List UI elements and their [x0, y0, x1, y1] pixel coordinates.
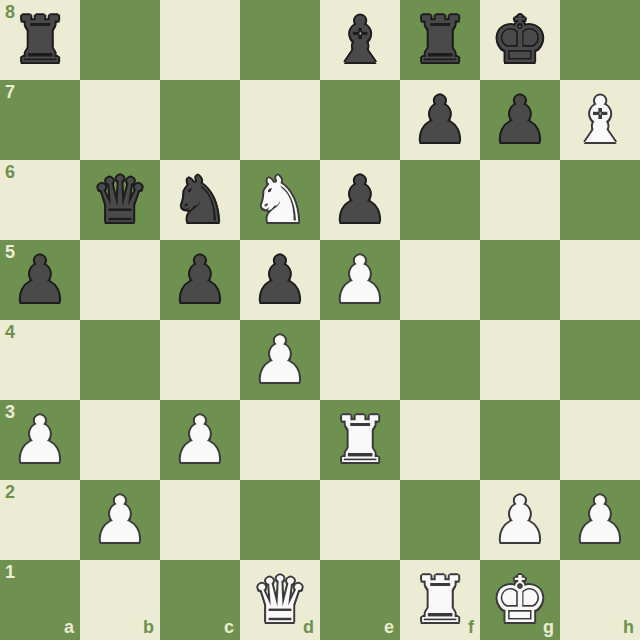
white-rook[interactable]: ♜ [411, 560, 468, 640]
square-g1[interactable]: g♚ [480, 560, 560, 640]
square-c3[interactable]: ♟ [160, 400, 240, 480]
white-pawn[interactable]: ♟ [251, 320, 308, 400]
square-a7[interactable]: 7 [0, 80, 80, 160]
square-f4[interactable] [400, 320, 480, 400]
square-e5[interactable]: ♟ [320, 240, 400, 320]
file-label-f: f [468, 618, 474, 636]
rank-label-7: 7 [5, 83, 15, 101]
white-king[interactable]: ♚ [491, 560, 548, 640]
white-pawn[interactable]: ♟ [171, 400, 228, 480]
square-c6[interactable]: ♞ [160, 160, 240, 240]
square-b4[interactable] [80, 320, 160, 400]
square-d3[interactable] [240, 400, 320, 480]
black-pawn[interactable]: ♟ [331, 160, 388, 240]
square-d8[interactable] [240, 0, 320, 80]
square-g8[interactable]: ♚ [480, 0, 560, 80]
square-h4[interactable] [560, 320, 640, 400]
white-pawn[interactable]: ♟ [571, 480, 628, 560]
white-pawn[interactable]: ♟ [91, 480, 148, 560]
square-g6[interactable] [480, 160, 560, 240]
square-d1[interactable]: d♛ [240, 560, 320, 640]
chess-board: 8♜♝♜♚7♟♟♝6♛♞♞♟5♟♟♟♟4♟3♟♟♜2♟♟♟1abcd♛ef♜g♚… [0, 0, 640, 640]
file-label-c: c [224, 618, 234, 636]
square-a3[interactable]: 3♟ [0, 400, 80, 480]
square-e6[interactable]: ♟ [320, 160, 400, 240]
square-b6[interactable]: ♛ [80, 160, 160, 240]
square-h1[interactable]: h [560, 560, 640, 640]
square-g3[interactable] [480, 400, 560, 480]
square-g2[interactable]: ♟ [480, 480, 560, 560]
square-b8[interactable] [80, 0, 160, 80]
square-b3[interactable] [80, 400, 160, 480]
square-a2[interactable]: 2 [0, 480, 80, 560]
square-b1[interactable]: b [80, 560, 160, 640]
white-pawn[interactable]: ♟ [11, 400, 68, 480]
black-pawn[interactable]: ♟ [11, 240, 68, 320]
rank-label-6: 6 [5, 163, 15, 181]
square-g7[interactable]: ♟ [480, 80, 560, 160]
square-c4[interactable] [160, 320, 240, 400]
square-e3[interactable]: ♜ [320, 400, 400, 480]
white-queen[interactable]: ♛ [251, 560, 308, 640]
square-g5[interactable] [480, 240, 560, 320]
square-c7[interactable] [160, 80, 240, 160]
square-c2[interactable] [160, 480, 240, 560]
black-pawn[interactable]: ♟ [411, 80, 468, 160]
square-c5[interactable]: ♟ [160, 240, 240, 320]
black-queen[interactable]: ♛ [91, 160, 148, 240]
square-h8[interactable] [560, 0, 640, 80]
square-a4[interactable]: 4 [0, 320, 80, 400]
black-pawn[interactable]: ♟ [171, 240, 228, 320]
square-b7[interactable] [80, 80, 160, 160]
black-king[interactable]: ♚ [491, 0, 548, 80]
square-d4[interactable]: ♟ [240, 320, 320, 400]
square-a8[interactable]: 8♜ [0, 0, 80, 80]
white-pawn[interactable]: ♟ [491, 480, 548, 560]
white-bishop[interactable]: ♝ [571, 80, 628, 160]
square-a6[interactable]: 6 [0, 160, 80, 240]
square-f6[interactable] [400, 160, 480, 240]
square-b2[interactable]: ♟ [80, 480, 160, 560]
black-rook[interactable]: ♜ [411, 0, 468, 80]
square-d7[interactable] [240, 80, 320, 160]
black-pawn[interactable]: ♟ [251, 240, 308, 320]
square-e2[interactable] [320, 480, 400, 560]
square-h7[interactable]: ♝ [560, 80, 640, 160]
file-label-a: a [64, 618, 74, 636]
file-label-b: b [143, 618, 154, 636]
square-e1[interactable]: e [320, 560, 400, 640]
square-f1[interactable]: f♜ [400, 560, 480, 640]
square-h5[interactable] [560, 240, 640, 320]
white-knight[interactable]: ♞ [251, 160, 308, 240]
black-pawn[interactable]: ♟ [491, 80, 548, 160]
square-e7[interactable] [320, 80, 400, 160]
square-b5[interactable] [80, 240, 160, 320]
black-rook[interactable]: ♜ [11, 0, 68, 80]
file-label-h: h [623, 618, 634, 636]
square-f3[interactable] [400, 400, 480, 480]
square-f8[interactable]: ♜ [400, 0, 480, 80]
square-c8[interactable] [160, 0, 240, 80]
square-f5[interactable] [400, 240, 480, 320]
white-rook[interactable]: ♜ [331, 400, 388, 480]
square-d6[interactable]: ♞ [240, 160, 320, 240]
rank-label-4: 4 [5, 323, 15, 341]
square-d5[interactable]: ♟ [240, 240, 320, 320]
rank-label-1: 1 [5, 563, 15, 581]
black-bishop[interactable]: ♝ [331, 0, 388, 80]
square-d2[interactable] [240, 480, 320, 560]
square-f7[interactable]: ♟ [400, 80, 480, 160]
square-h3[interactable] [560, 400, 640, 480]
square-a1[interactable]: 1a [0, 560, 80, 640]
square-a5[interactable]: 5♟ [0, 240, 80, 320]
rank-label-2: 2 [5, 483, 15, 501]
square-h6[interactable] [560, 160, 640, 240]
file-label-e: e [384, 618, 394, 636]
white-pawn[interactable]: ♟ [331, 240, 388, 320]
square-f2[interactable] [400, 480, 480, 560]
square-e8[interactable]: ♝ [320, 0, 400, 80]
square-h2[interactable]: ♟ [560, 480, 640, 560]
square-g4[interactable] [480, 320, 560, 400]
black-knight[interactable]: ♞ [171, 160, 228, 240]
square-c1[interactable]: c [160, 560, 240, 640]
square-e4[interactable] [320, 320, 400, 400]
